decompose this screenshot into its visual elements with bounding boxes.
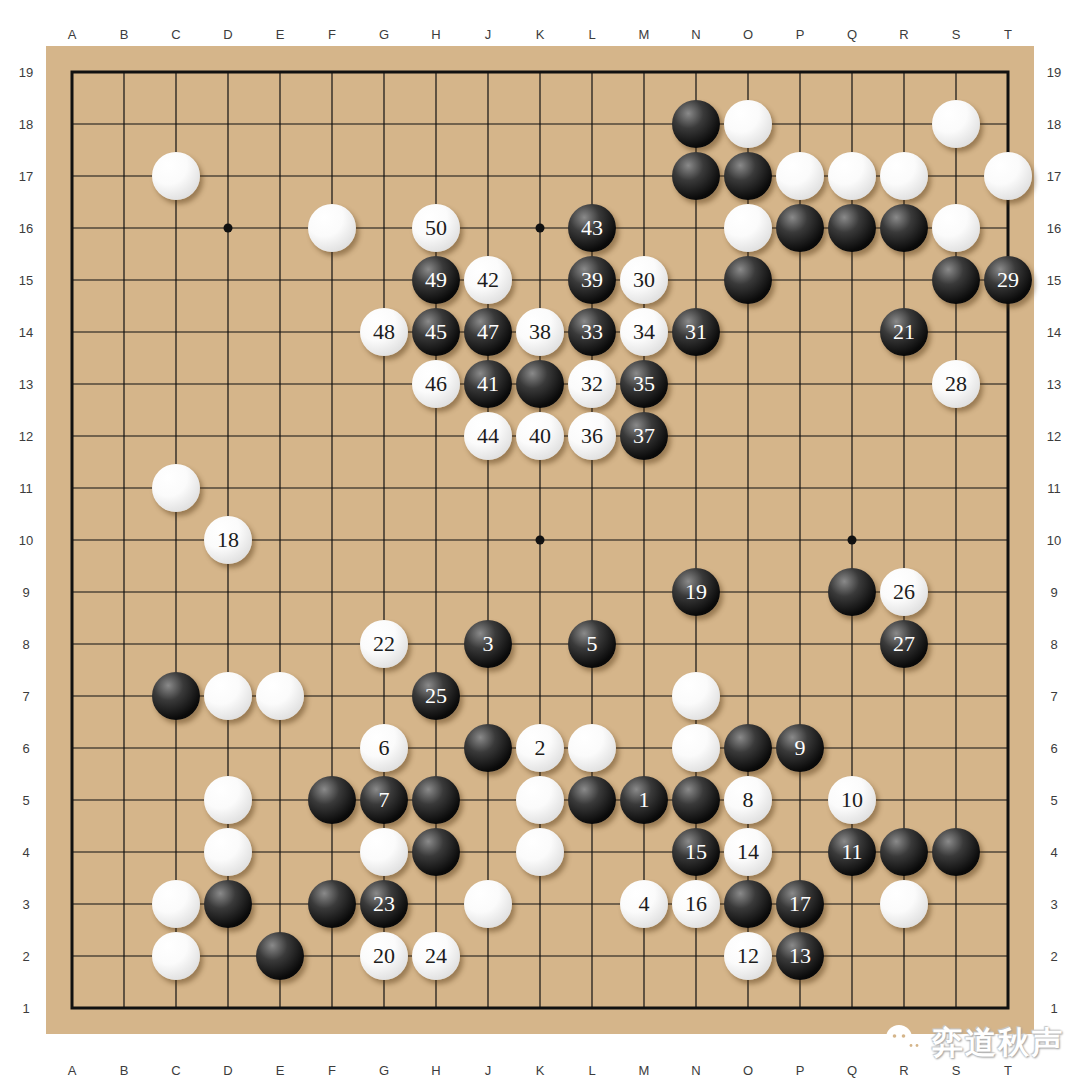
row-label-10: 10	[1040, 514, 1068, 566]
stone-white-O18	[724, 100, 772, 148]
stone-black-N9: 19	[672, 568, 720, 616]
col-label-M: M	[618, 1060, 670, 1080]
go-kifu-page: ABCDEFGHJKLMNOPQRST ABCDEFGHJKLMNOPQRST …	[0, 0, 1080, 1080]
stone-white-S18	[932, 100, 980, 148]
stone-black-H14: 45	[412, 308, 460, 356]
row-label-15: 15	[1040, 254, 1068, 306]
stone-white-J15: 42	[464, 256, 512, 304]
row-label-13: 13	[12, 358, 40, 410]
move-number: 41	[477, 373, 499, 395]
stone-white-G6: 6	[360, 724, 408, 772]
stone-white-G8: 22	[360, 620, 408, 668]
move-number: 49	[425, 269, 447, 291]
stone-white-Q5: 10	[828, 776, 876, 824]
row-label-16: 16	[1040, 202, 1068, 254]
stone-white-R3	[880, 880, 928, 928]
col-label-J: J	[462, 1060, 514, 1080]
move-number: 44	[477, 425, 499, 447]
row-label-6: 6	[1040, 722, 1068, 774]
stone-black-N4: 15	[672, 828, 720, 876]
stone-white-K12: 40	[516, 412, 564, 460]
stone-white-L12: 36	[568, 412, 616, 460]
move-number: 30	[633, 269, 655, 291]
row-label-9: 9	[12, 566, 40, 618]
move-number: 5	[587, 633, 598, 655]
stone-white-N6	[672, 724, 720, 772]
row-label-13: 13	[1040, 358, 1068, 410]
row-label-11: 11	[1040, 462, 1068, 514]
stone-white-M14: 34	[620, 308, 668, 356]
col-label-M: M	[618, 24, 670, 44]
stone-black-Q4: 11	[828, 828, 876, 876]
stone-white-D10: 18	[204, 516, 252, 564]
col-label-F: F	[306, 1060, 358, 1080]
col-label-N: N	[670, 1060, 722, 1080]
stone-black-G5: 7	[360, 776, 408, 824]
row-label-2: 2	[1040, 930, 1068, 982]
move-number: 17	[789, 893, 811, 915]
move-number: 40	[529, 425, 551, 447]
row-labels-right: 19181716151413121110987654321	[1040, 46, 1068, 1034]
col-label-R: R	[878, 24, 930, 44]
col-label-B: B	[98, 24, 150, 44]
move-number: 24	[425, 945, 447, 967]
stone-white-E7	[256, 672, 304, 720]
stone-black-J13: 41	[464, 360, 512, 408]
stone-black-S15	[932, 256, 980, 304]
stone-black-P16	[776, 204, 824, 252]
col-label-A: A	[46, 1060, 98, 1080]
stone-black-G3: 23	[360, 880, 408, 928]
col-label-B: B	[98, 1060, 150, 1080]
stone-white-G14: 48	[360, 308, 408, 356]
row-label-15: 15	[12, 254, 40, 306]
stone-white-D4	[204, 828, 252, 876]
move-number: 42	[477, 269, 499, 291]
row-label-4: 4	[1040, 826, 1068, 878]
move-number: 45	[425, 321, 447, 343]
move-number: 12	[737, 945, 759, 967]
stone-black-M12: 37	[620, 412, 668, 460]
col-label-K: K	[514, 1060, 566, 1080]
stone-white-K14: 38	[516, 308, 564, 356]
col-label-T: T	[982, 24, 1034, 44]
stone-white-R9: 26	[880, 568, 928, 616]
stone-black-N14: 31	[672, 308, 720, 356]
move-number: 22	[373, 633, 395, 655]
stone-black-P3: 17	[776, 880, 824, 928]
move-number: 6	[379, 737, 390, 759]
stone-black-N5	[672, 776, 720, 824]
move-number: 15	[685, 841, 707, 863]
stone-black-O6	[724, 724, 772, 772]
col-label-K: K	[514, 24, 566, 44]
stone-white-C3	[152, 880, 200, 928]
row-label-6: 6	[12, 722, 40, 774]
stone-black-J6	[464, 724, 512, 772]
col-label-F: F	[306, 24, 358, 44]
stone-black-R8: 27	[880, 620, 928, 668]
col-label-N: N	[670, 24, 722, 44]
move-number: 11	[841, 841, 862, 863]
move-number: 34	[633, 321, 655, 343]
move-number: 13	[789, 945, 811, 967]
move-number: 31	[685, 321, 707, 343]
column-labels-top: ABCDEFGHJKLMNOPQRST	[46, 24, 1034, 44]
col-label-P: P	[774, 24, 826, 44]
stone-white-C11	[152, 464, 200, 512]
col-label-O: O	[722, 1060, 774, 1080]
stone-white-T17	[984, 152, 1032, 200]
stone-white-S16	[932, 204, 980, 252]
stone-black-R4	[880, 828, 928, 876]
move-number: 35	[633, 373, 655, 395]
move-number: 33	[581, 321, 603, 343]
row-label-19: 19	[1040, 46, 1068, 98]
move-number: 29	[997, 269, 1019, 291]
stone-black-L16: 43	[568, 204, 616, 252]
move-number: 10	[841, 789, 863, 811]
row-label-7: 7	[12, 670, 40, 722]
stone-black-M5: 1	[620, 776, 668, 824]
move-number: 27	[893, 633, 915, 655]
row-label-12: 12	[1040, 410, 1068, 462]
row-label-11: 11	[12, 462, 40, 514]
col-label-Q: Q	[826, 24, 878, 44]
move-number: 3	[483, 633, 494, 655]
move-number: 38	[529, 321, 551, 343]
go-board: 5043494239302948454738333431214641323528…	[46, 46, 1034, 1034]
row-label-9: 9	[1040, 566, 1068, 618]
stone-black-H15: 49	[412, 256, 460, 304]
col-label-C: C	[150, 1060, 202, 1080]
row-label-17: 17	[12, 150, 40, 202]
stone-black-E2	[256, 932, 304, 980]
stone-black-L8: 5	[568, 620, 616, 668]
stone-white-H13: 46	[412, 360, 460, 408]
move-number: 37	[633, 425, 655, 447]
row-label-16: 16	[12, 202, 40, 254]
stone-white-M15: 30	[620, 256, 668, 304]
move-number: 8	[743, 789, 754, 811]
move-number: 28	[945, 373, 967, 395]
move-number: 32	[581, 373, 603, 395]
move-number: 39	[581, 269, 603, 291]
stone-white-F16	[308, 204, 356, 252]
stone-white-S13: 28	[932, 360, 980, 408]
col-label-E: E	[254, 24, 306, 44]
stone-black-R14: 21	[880, 308, 928, 356]
col-label-G: G	[358, 1060, 410, 1080]
stone-black-N17	[672, 152, 720, 200]
stone-black-J14: 47	[464, 308, 512, 356]
stone-black-F5	[308, 776, 356, 824]
stone-white-N7	[672, 672, 720, 720]
stone-black-H5	[412, 776, 460, 824]
stone-white-H16: 50	[412, 204, 460, 252]
stone-black-M13: 35	[620, 360, 668, 408]
stone-black-R16	[880, 204, 928, 252]
col-label-Q: Q	[826, 1060, 878, 1080]
stone-white-G4	[360, 828, 408, 876]
row-label-18: 18	[1040, 98, 1068, 150]
col-label-H: H	[410, 1060, 462, 1080]
row-label-18: 18	[12, 98, 40, 150]
stone-black-L15: 39	[568, 256, 616, 304]
move-number: 46	[425, 373, 447, 395]
stone-black-Q16	[828, 204, 876, 252]
stone-white-P17	[776, 152, 824, 200]
move-number: 7	[379, 789, 390, 811]
stone-black-D3	[204, 880, 252, 928]
col-label-L: L	[566, 1060, 618, 1080]
stone-black-O15	[724, 256, 772, 304]
col-label-O: O	[722, 24, 774, 44]
stone-white-H2: 24	[412, 932, 460, 980]
stone-white-J3	[464, 880, 512, 928]
stone-white-D5	[204, 776, 252, 824]
stone-white-C2	[152, 932, 200, 980]
col-label-D: D	[202, 24, 254, 44]
stone-black-K13	[516, 360, 564, 408]
col-label-A: A	[46, 24, 98, 44]
col-label-S: S	[930, 24, 982, 44]
row-label-12: 12	[12, 410, 40, 462]
move-number: 1	[639, 789, 650, 811]
stones-layer: 5043494239302948454738333431214641323528…	[46, 46, 1034, 1034]
row-label-8: 8	[12, 618, 40, 670]
move-number: 43	[581, 217, 603, 239]
move-number: 16	[685, 893, 707, 915]
row-labels-left: 19181716151413121110987654321	[12, 46, 40, 1034]
row-label-10: 10	[12, 514, 40, 566]
move-number: 36	[581, 425, 603, 447]
stone-white-O16	[724, 204, 772, 252]
col-label-C: C	[150, 24, 202, 44]
row-label-5: 5	[12, 774, 40, 826]
row-label-4: 4	[12, 826, 40, 878]
wechat-icon	[884, 1023, 926, 1063]
move-number: 25	[425, 685, 447, 707]
stone-black-P6: 9	[776, 724, 824, 772]
stone-white-C17	[152, 152, 200, 200]
stone-white-Q17	[828, 152, 876, 200]
stone-white-K4	[516, 828, 564, 876]
stone-white-N3: 16	[672, 880, 720, 928]
move-number: 21	[893, 321, 915, 343]
move-number: 9	[795, 737, 806, 759]
move-number: 26	[893, 581, 915, 603]
stone-white-L6	[568, 724, 616, 772]
row-label-17: 17	[1040, 150, 1068, 202]
stone-black-H4	[412, 828, 460, 876]
col-label-E: E	[254, 1060, 306, 1080]
stone-black-O3	[724, 880, 772, 928]
stone-black-N18	[672, 100, 720, 148]
stone-white-D7	[204, 672, 252, 720]
row-label-14: 14	[1040, 306, 1068, 358]
stone-black-P2: 13	[776, 932, 824, 980]
row-label-19: 19	[12, 46, 40, 98]
stone-black-S4	[932, 828, 980, 876]
stone-black-C7	[152, 672, 200, 720]
row-label-3: 3	[1040, 878, 1068, 930]
stone-black-L14: 33	[568, 308, 616, 356]
stone-black-T15: 29	[984, 256, 1032, 304]
col-label-G: G	[358, 24, 410, 44]
stone-white-O5: 8	[724, 776, 772, 824]
stone-black-F3	[308, 880, 356, 928]
move-number: 14	[737, 841, 759, 863]
stone-white-K6: 2	[516, 724, 564, 772]
stone-white-L13: 32	[568, 360, 616, 408]
move-number: 19	[685, 581, 707, 603]
move-number: 23	[373, 893, 395, 915]
stone-white-M3: 4	[620, 880, 668, 928]
stone-black-Q9	[828, 568, 876, 616]
col-label-D: D	[202, 1060, 254, 1080]
row-label-8: 8	[1040, 618, 1068, 670]
move-number: 48	[373, 321, 395, 343]
row-label-5: 5	[1040, 774, 1068, 826]
stone-black-O17	[724, 152, 772, 200]
move-number: 4	[639, 893, 650, 915]
watermark: 弈道秋声	[884, 1022, 1064, 1064]
move-number: 18	[217, 529, 239, 551]
row-label-2: 2	[12, 930, 40, 982]
move-number: 47	[477, 321, 499, 343]
stone-white-G2: 20	[360, 932, 408, 980]
stone-black-H7: 25	[412, 672, 460, 720]
stone-black-L5	[568, 776, 616, 824]
watermark-text: 弈道秋声	[932, 1022, 1064, 1064]
col-label-H: H	[410, 24, 462, 44]
stone-white-K5	[516, 776, 564, 824]
col-label-L: L	[566, 24, 618, 44]
col-label-J: J	[462, 24, 514, 44]
move-number: 50	[425, 217, 447, 239]
stone-white-O4: 14	[724, 828, 772, 876]
row-label-1: 1	[12, 982, 40, 1034]
stone-white-J12: 44	[464, 412, 512, 460]
row-label-7: 7	[1040, 670, 1068, 722]
row-label-3: 3	[12, 878, 40, 930]
col-label-P: P	[774, 1060, 826, 1080]
stone-black-J8: 3	[464, 620, 512, 668]
move-number: 20	[373, 945, 395, 967]
stone-white-O2: 12	[724, 932, 772, 980]
move-number: 2	[535, 737, 546, 759]
stone-white-R17	[880, 152, 928, 200]
row-label-14: 14	[12, 306, 40, 358]
